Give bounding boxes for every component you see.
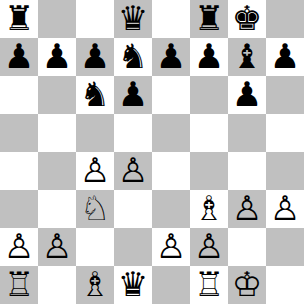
black-pawn-f7: ♟ — [194, 37, 224, 75]
black-king-g8: ♚ — [232, 0, 262, 37]
white-pawn-e2: ♙ — [156, 227, 186, 265]
black-pawn-b7: ♟ — [42, 37, 72, 75]
square-b3[interactable] — [38, 190, 76, 228]
black-pawn-g6: ♟ — [232, 75, 262, 113]
square-g2[interactable] — [228, 228, 266, 266]
square-c3[interactable]: ♘ — [76, 190, 114, 228]
square-b4[interactable] — [38, 152, 76, 190]
square-d5[interactable] — [114, 114, 152, 152]
square-g4[interactable] — [228, 152, 266, 190]
black-pawn-a7: ♟ — [4, 37, 34, 75]
white-knight-c3: ♘ — [80, 189, 110, 227]
square-a5[interactable] — [0, 114, 38, 152]
black-rook-a8: ♜ — [4, 0, 34, 37]
square-f2[interactable]: ♙ — [190, 228, 228, 266]
square-f4[interactable] — [190, 152, 228, 190]
chessboard-diagram: ♜♛♜♚♟♟♟♞♟♟♝♟♞♟♟♙♙♘♗♙♙♙♙♙♙♖♗♛♖♔ — [0, 0, 304, 304]
square-b1[interactable] — [38, 266, 76, 304]
square-a1[interactable]: ♖ — [0, 266, 38, 304]
black-pawn-e7: ♟ — [156, 37, 186, 75]
square-d4[interactable]: ♙ — [114, 152, 152, 190]
white-rook-f1: ♖ — [194, 265, 224, 303]
square-h5[interactable] — [266, 114, 304, 152]
square-e4[interactable] — [152, 152, 190, 190]
black-bishop-g7: ♝ — [232, 37, 262, 75]
white-pawn-h3: ♙ — [270, 189, 300, 227]
square-b6[interactable] — [38, 76, 76, 114]
square-e8[interactable] — [152, 0, 190, 38]
square-g1[interactable]: ♔ — [228, 266, 266, 304]
black-pawn-c7: ♟ — [80, 37, 110, 75]
white-king-g1: ♔ — [232, 265, 262, 303]
white-pawn-b2: ♙ — [42, 227, 72, 265]
black-queen-d1: ♛ — [118, 265, 148, 303]
square-g3[interactable]: ♙ — [228, 190, 266, 228]
square-c6[interactable]: ♞ — [76, 76, 114, 114]
square-c7[interactable]: ♟ — [76, 38, 114, 76]
square-f7[interactable]: ♟ — [190, 38, 228, 76]
square-d2[interactable] — [114, 228, 152, 266]
square-f5[interactable] — [190, 114, 228, 152]
square-e6[interactable] — [152, 76, 190, 114]
square-b8[interactable] — [38, 0, 76, 38]
square-e5[interactable] — [152, 114, 190, 152]
white-rook-a1: ♖ — [4, 265, 34, 303]
black-queen-d8: ♛ — [118, 0, 148, 37]
black-pawn-h7: ♟ — [270, 37, 300, 75]
square-d1[interactable]: ♛ — [114, 266, 152, 304]
square-g6[interactable]: ♟ — [228, 76, 266, 114]
black-rook-f8: ♜ — [194, 0, 224, 37]
white-bishop-c1: ♗ — [80, 265, 110, 303]
square-d6[interactable]: ♟ — [114, 76, 152, 114]
chess-board-grid: ♜♛♜♚♟♟♟♞♟♟♝♟♞♟♟♙♙♘♗♙♙♙♙♙♙♖♗♛♖♔ — [0, 0, 304, 304]
square-a3[interactable] — [0, 190, 38, 228]
square-g7[interactable]: ♝ — [228, 38, 266, 76]
square-e7[interactable]: ♟ — [152, 38, 190, 76]
square-d3[interactable] — [114, 190, 152, 228]
white-pawn-g3: ♙ — [232, 189, 262, 227]
white-pawn-c4: ♙ — [80, 151, 110, 189]
square-b5[interactable] — [38, 114, 76, 152]
square-g5[interactable] — [228, 114, 266, 152]
square-g8[interactable]: ♚ — [228, 0, 266, 38]
square-a2[interactable]: ♙ — [0, 228, 38, 266]
square-h8[interactable] — [266, 0, 304, 38]
square-e1[interactable] — [152, 266, 190, 304]
square-b7[interactable]: ♟ — [38, 38, 76, 76]
square-c5[interactable] — [76, 114, 114, 152]
square-h2[interactable] — [266, 228, 304, 266]
square-a7[interactable]: ♟ — [0, 38, 38, 76]
square-c4[interactable]: ♙ — [76, 152, 114, 190]
square-c2[interactable] — [76, 228, 114, 266]
square-h3[interactable]: ♙ — [266, 190, 304, 228]
white-pawn-d4: ♙ — [118, 151, 148, 189]
black-knight-d7: ♞ — [118, 37, 148, 75]
square-c1[interactable]: ♗ — [76, 266, 114, 304]
square-a6[interactable] — [0, 76, 38, 114]
square-h1[interactable] — [266, 266, 304, 304]
black-knight-c6: ♞ — [80, 75, 110, 113]
square-c8[interactable] — [76, 0, 114, 38]
square-d8[interactable]: ♛ — [114, 0, 152, 38]
square-d7[interactable]: ♞ — [114, 38, 152, 76]
square-h6[interactable] — [266, 76, 304, 114]
square-a8[interactable]: ♜ — [0, 0, 38, 38]
square-a4[interactable] — [0, 152, 38, 190]
white-pawn-f2: ♙ — [194, 227, 224, 265]
white-pawn-a2: ♙ — [4, 227, 34, 265]
square-f1[interactable]: ♖ — [190, 266, 228, 304]
square-f6[interactable] — [190, 76, 228, 114]
square-b2[interactable]: ♙ — [38, 228, 76, 266]
square-f8[interactable]: ♜ — [190, 0, 228, 38]
black-pawn-d6: ♟ — [118, 75, 148, 113]
square-h4[interactable] — [266, 152, 304, 190]
white-bishop-f3: ♗ — [194, 189, 224, 227]
square-f3[interactable]: ♗ — [190, 190, 228, 228]
square-h7[interactable]: ♟ — [266, 38, 304, 76]
square-e3[interactable] — [152, 190, 190, 228]
square-e2[interactable]: ♙ — [152, 228, 190, 266]
